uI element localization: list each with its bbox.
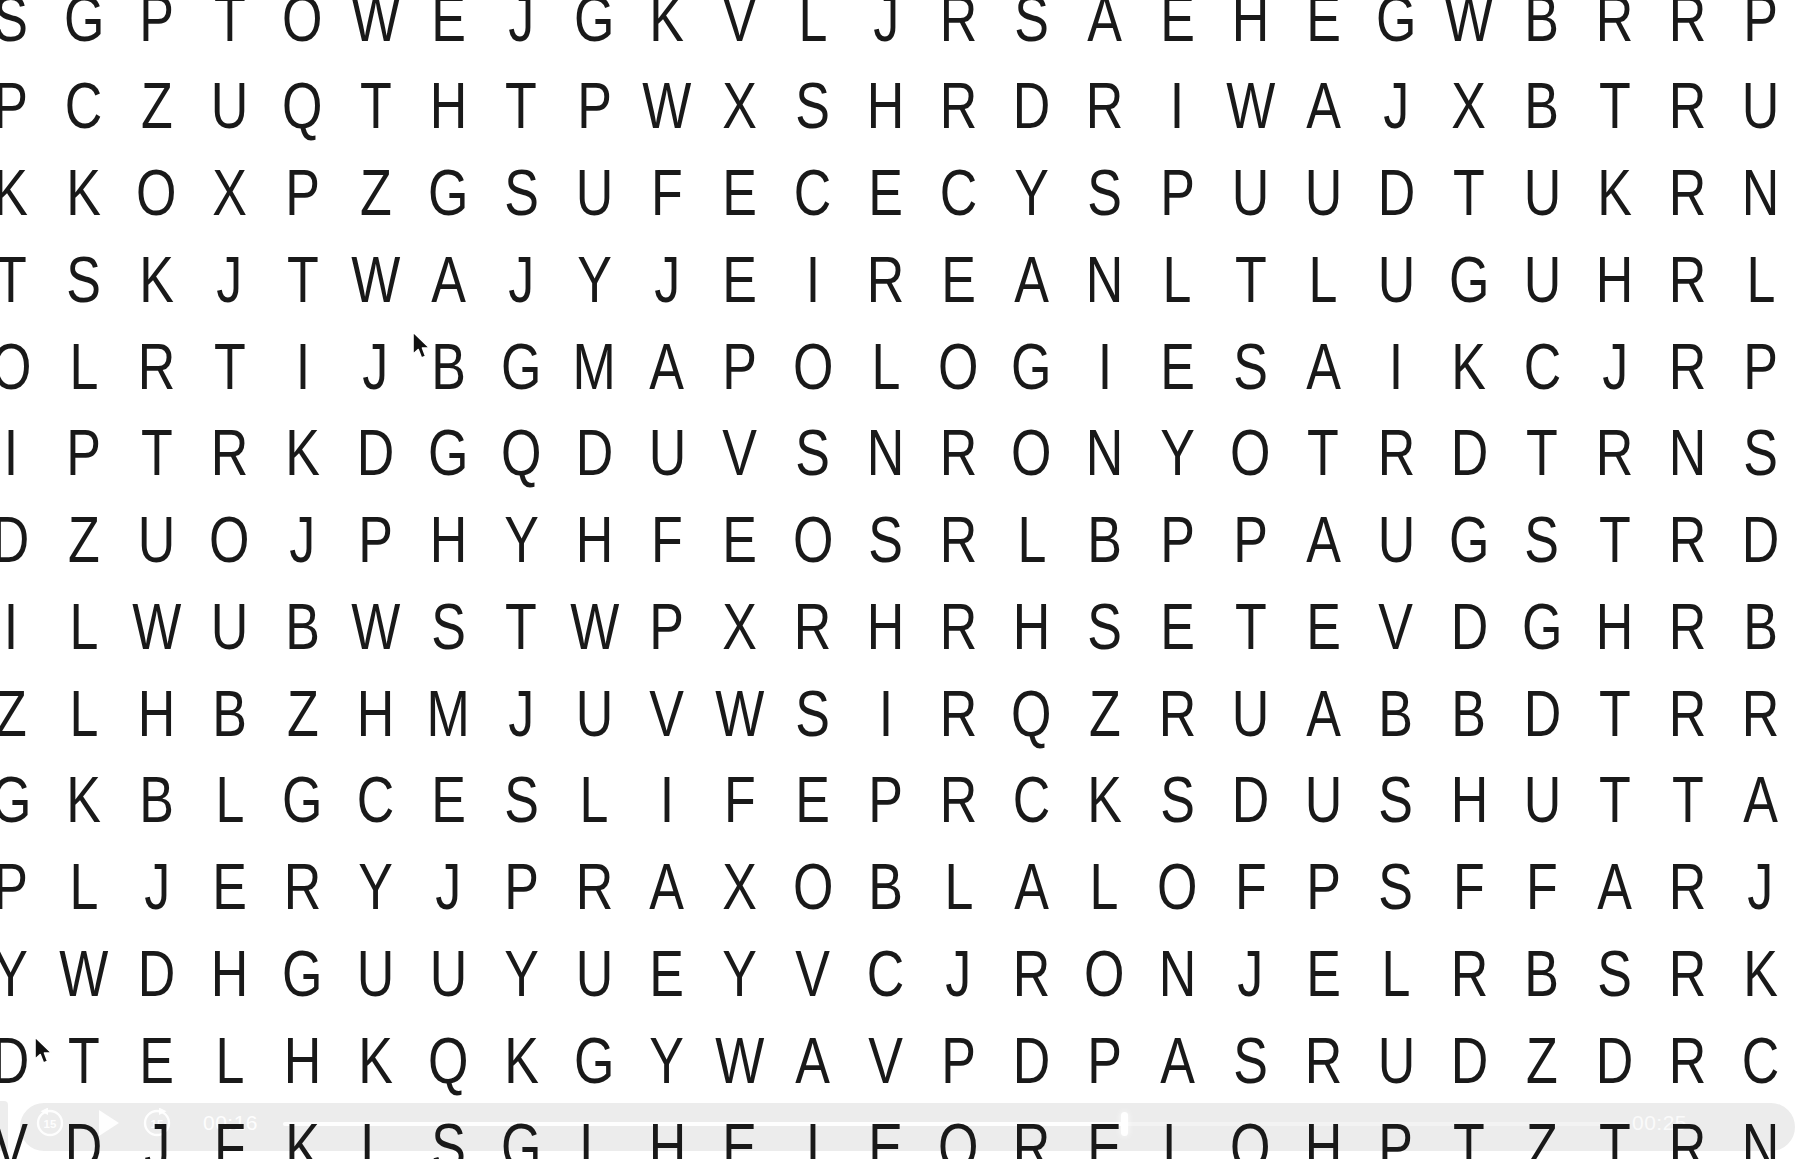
grid-letter: W xyxy=(132,594,181,659)
grid-cell: B xyxy=(193,668,266,755)
grid-letter: T xyxy=(1307,420,1339,485)
grid-letter: T xyxy=(0,247,27,312)
grid-letter: Z xyxy=(287,681,319,746)
grid-letter: I xyxy=(295,334,309,399)
grid-cell: E xyxy=(849,147,922,234)
mouse-cursor xyxy=(411,331,434,362)
grid-cell: F xyxy=(1506,841,1579,928)
grid-letter: M xyxy=(573,334,616,399)
grid-letter: P xyxy=(504,854,539,919)
grid-letter: U xyxy=(648,420,686,485)
grid-letter: S xyxy=(1160,767,1195,832)
grid-letter: U xyxy=(1377,1028,1415,1093)
grid-letter: T xyxy=(1526,420,1558,485)
grid-letter: V xyxy=(796,941,831,1006)
grid-letter: W xyxy=(59,941,108,1006)
grid-letter: B xyxy=(1743,594,1778,659)
grid-letter: H xyxy=(1013,594,1051,659)
grid-cell: U xyxy=(412,928,485,1015)
grid-cell: U xyxy=(1214,147,1287,234)
grid-letter: V xyxy=(1379,594,1414,659)
grid-cell: Y xyxy=(704,928,777,1015)
grid-cell: L xyxy=(1724,234,1797,321)
grid-letter: G xyxy=(1011,334,1051,399)
grid-letter: F xyxy=(1526,854,1558,919)
grid-letter: E xyxy=(868,160,903,225)
grid-cell: O xyxy=(266,0,339,60)
grid-letter: I xyxy=(806,247,820,312)
grid-cell: N xyxy=(1068,234,1141,321)
grid-letter: L xyxy=(944,854,973,919)
grid-letter: G xyxy=(1376,0,1416,51)
grid-cell: O xyxy=(1141,841,1214,928)
grid-letter: O xyxy=(793,854,833,919)
grid-letter: T xyxy=(1599,767,1631,832)
grid-letter: J xyxy=(435,854,461,919)
grid-cell: C xyxy=(1506,321,1579,408)
grid-letter: P xyxy=(650,594,685,659)
grid-letter: B xyxy=(1525,0,1560,51)
grid-letter: T xyxy=(1453,1114,1485,1159)
grid-cell: J xyxy=(1214,928,1287,1015)
grid-cell: U xyxy=(631,407,704,494)
grid-letter: A xyxy=(1160,1028,1195,1093)
grid-cell: O xyxy=(922,1102,995,1159)
grid-letter: L xyxy=(580,1114,609,1159)
grid-cell: T xyxy=(120,407,193,494)
grid-letter: R xyxy=(1669,1028,1707,1093)
grid-letter: O xyxy=(939,334,979,399)
grid-cell: D xyxy=(120,928,193,1015)
grid-cell: I xyxy=(0,581,47,668)
grid-cell: R xyxy=(776,581,849,668)
grid-letter: T xyxy=(1453,160,1485,225)
grid-letter: T xyxy=(1599,73,1631,138)
grid-letter: V xyxy=(868,1028,903,1093)
grid-cell: Q xyxy=(485,407,558,494)
grid-cell: Z xyxy=(120,60,193,147)
grid-cell: D xyxy=(558,407,631,494)
grid-letter: R xyxy=(1669,681,1707,746)
grid-letter: Z xyxy=(68,507,100,572)
grid-cell: Q xyxy=(995,668,1068,755)
grid-cell: P xyxy=(1360,1102,1433,1159)
grid-cell: R xyxy=(1724,668,1797,755)
grid-letter: X xyxy=(723,73,758,138)
grid-cell: O xyxy=(776,321,849,408)
grid-letter: P xyxy=(723,334,758,399)
grid-letter: J xyxy=(1748,854,1774,919)
grid-cell: L xyxy=(1287,234,1360,321)
grid-cell: E xyxy=(704,234,777,321)
grid-cell: L xyxy=(776,0,849,60)
grid-letter: V xyxy=(650,681,685,746)
grid-letter: I xyxy=(1170,73,1184,138)
grid-letter: G xyxy=(64,0,104,51)
grid-letter: M xyxy=(427,681,470,746)
grid-letter: G xyxy=(428,160,468,225)
grid-letter: Z xyxy=(1526,1028,1558,1093)
grid-cell: A xyxy=(1287,494,1360,581)
grid-cell: P xyxy=(558,60,631,147)
grid-letter: R xyxy=(1669,594,1707,659)
grid-cell: T xyxy=(1506,407,1579,494)
grid-cell: N xyxy=(849,407,922,494)
grid-cell: X xyxy=(704,841,777,928)
grid-cell: E xyxy=(193,841,266,928)
grid-cell: H xyxy=(412,60,485,147)
grid-letter: S xyxy=(1379,854,1414,919)
grid-letter: E xyxy=(868,1114,903,1159)
grid-letter: F xyxy=(214,1114,246,1159)
grid-cell: P xyxy=(1141,147,1214,234)
mouse-cursor xyxy=(33,1036,56,1067)
grid-cell: E xyxy=(704,1102,777,1159)
grid-letter: S xyxy=(431,594,466,659)
grid-cell: S xyxy=(1360,841,1433,928)
grid-letter: K xyxy=(358,1028,393,1093)
grid-cell: L xyxy=(558,755,631,842)
grid-cell: W xyxy=(339,234,412,321)
grid-cell: L xyxy=(1141,234,1214,321)
grid-letter: D xyxy=(575,420,613,485)
grid-letter: W xyxy=(643,73,692,138)
grid-letter: K xyxy=(285,420,320,485)
grid-cell: J xyxy=(485,0,558,60)
grid-letter: Y xyxy=(504,507,539,572)
grid-letter: T xyxy=(1234,247,1266,312)
grid-letter: U xyxy=(1523,247,1561,312)
grid-letter: P xyxy=(1233,507,1268,572)
grid-letter: J xyxy=(1602,334,1628,399)
grid-cell: I xyxy=(776,1102,849,1159)
grid-letter: G xyxy=(1449,507,1489,572)
grid-letter: R xyxy=(1669,247,1707,312)
grid-cell: D xyxy=(1360,147,1433,234)
grid-letter: O xyxy=(1084,941,1124,1006)
grid-letter: S xyxy=(1087,594,1122,659)
grid-letter: H xyxy=(1232,0,1270,51)
grid-cell: R xyxy=(1651,581,1724,668)
grid-letter: P xyxy=(1160,160,1195,225)
grid-cell: E xyxy=(1141,581,1214,668)
grid-letter: A xyxy=(650,854,685,919)
grid-cell: U xyxy=(558,147,631,234)
grid-cell: S xyxy=(1214,321,1287,408)
grid-letter: L xyxy=(361,1114,390,1159)
grid-letter: F xyxy=(1234,854,1266,919)
grid-cell: D xyxy=(995,60,1068,147)
grid-letter: R xyxy=(1596,0,1634,51)
grid-letter: N xyxy=(1742,1114,1780,1159)
grid-letter: P xyxy=(285,160,320,225)
grid-letter: R xyxy=(1086,73,1124,138)
grid-letter: K xyxy=(1598,160,1633,225)
grid-letter: H xyxy=(575,507,613,572)
grid-letter: N xyxy=(867,420,905,485)
grid-cell: D xyxy=(339,407,412,494)
grid-letter: R xyxy=(940,767,978,832)
grid-letter: L xyxy=(580,767,609,832)
grid-letter: P xyxy=(577,73,612,138)
grid-letter: P xyxy=(1160,507,1195,572)
grid-letter: E xyxy=(1160,334,1195,399)
grid-cell: T xyxy=(485,60,558,147)
grid-cell: G xyxy=(1433,234,1506,321)
grid-letter: R xyxy=(1669,854,1707,919)
grid-letter: Q xyxy=(1011,681,1051,746)
grid-letter: J xyxy=(508,247,534,312)
grid-cell: W xyxy=(1433,0,1506,60)
grid-cell: R xyxy=(1433,928,1506,1015)
grid-cell: T xyxy=(1214,234,1287,321)
grid-cell: Q xyxy=(412,1015,485,1102)
grid-letter: T xyxy=(505,594,537,659)
grid-letter: I xyxy=(4,420,18,485)
grid-cell: U xyxy=(1506,147,1579,234)
grid-letter: G xyxy=(282,767,322,832)
grid-letter: G xyxy=(0,767,31,832)
grid-cell: W xyxy=(120,581,193,668)
grid-cell: P xyxy=(339,494,412,581)
grid-letter: A xyxy=(1306,507,1341,572)
grid-letter: H xyxy=(211,941,249,1006)
grid-cell: J xyxy=(339,321,412,408)
grid-cell: I xyxy=(0,407,47,494)
grid-cell: Q xyxy=(1214,1102,1287,1159)
grid-letter: W xyxy=(351,594,400,659)
grid-cell: R xyxy=(1651,147,1724,234)
grid-cell: W xyxy=(1214,60,1287,147)
grid-letter: E xyxy=(1306,941,1341,1006)
grid-letter: R xyxy=(1669,73,1707,138)
grid-cell: Z xyxy=(1068,668,1141,755)
grid-cell: O xyxy=(1068,928,1141,1015)
grid-cell: R xyxy=(193,407,266,494)
grid-cell: D xyxy=(1214,755,1287,842)
grid-letter: D xyxy=(1013,73,1051,138)
grid-letter: X xyxy=(1452,73,1487,138)
grid-letter: T xyxy=(287,247,319,312)
grid-letter: S xyxy=(796,420,831,485)
grid-cell: X xyxy=(1433,60,1506,147)
grid-letter: J xyxy=(362,334,388,399)
grid-cell: E xyxy=(1287,928,1360,1015)
grid-letter: I xyxy=(1097,334,1111,399)
grid-cell: I xyxy=(849,668,922,755)
grid-letter: C xyxy=(357,767,395,832)
grid-cell: P xyxy=(1287,841,1360,928)
grid-letter: Y xyxy=(1160,420,1195,485)
grid-cell: T xyxy=(339,60,412,147)
grid-cell: W xyxy=(47,928,120,1015)
grid-cell: R xyxy=(1141,668,1214,755)
grid-cell: D xyxy=(47,1102,120,1159)
grid-cell: R xyxy=(1578,407,1651,494)
grid-cell: J xyxy=(120,1102,193,1159)
grid-letter: I xyxy=(4,594,18,659)
grid-letter: F xyxy=(651,507,683,572)
grid-cell: R xyxy=(266,841,339,928)
grid-letter: P xyxy=(868,767,903,832)
grid-cell: B xyxy=(849,841,922,928)
grid-cell: K xyxy=(1578,147,1651,234)
grid-letter: K xyxy=(504,1028,539,1093)
grid-letter: U xyxy=(1523,160,1561,225)
grid-cell: U xyxy=(1506,234,1579,321)
grid-letter: U xyxy=(575,160,613,225)
grid-letter: P xyxy=(1743,334,1778,399)
grid-letter: O xyxy=(1157,854,1197,919)
grid-letter: S xyxy=(1598,941,1633,1006)
grid-cell: H xyxy=(1578,234,1651,321)
grid-cell: A xyxy=(1141,1015,1214,1102)
grid-letter: T xyxy=(1599,507,1631,572)
grid-cell: X xyxy=(704,581,777,668)
grid-cell: D xyxy=(1433,1015,1506,1102)
grid-letter: Z xyxy=(0,681,27,746)
grid-cell: I xyxy=(1360,321,1433,408)
grid-letter: F xyxy=(724,767,756,832)
grid-letter: R xyxy=(1742,681,1780,746)
grid-cell: H xyxy=(849,60,922,147)
grid-cell: H xyxy=(849,581,922,668)
grid-cell: B xyxy=(120,755,193,842)
grid-cell: R xyxy=(1651,234,1724,321)
grid-cell: O xyxy=(776,841,849,928)
grid-letter: O xyxy=(1230,420,1270,485)
grid-cell: B xyxy=(1506,60,1579,147)
grid-letter: C xyxy=(867,941,905,1006)
grid-cell: F xyxy=(704,755,777,842)
grid-letter: D xyxy=(1742,507,1780,572)
grid-cell: E xyxy=(704,494,777,581)
grid-cell: J xyxy=(485,668,558,755)
grid-cell: J xyxy=(485,234,558,321)
grid-cell: T xyxy=(1578,755,1651,842)
grid-letter: E xyxy=(212,854,247,919)
grid-letter: A xyxy=(1743,767,1778,832)
grid-cell: V xyxy=(776,928,849,1015)
grid-letter: Z xyxy=(360,160,392,225)
grid-cell: R xyxy=(1578,0,1651,60)
grid-letter: U xyxy=(1742,73,1780,138)
grid-letter: H xyxy=(1596,247,1634,312)
grid-letter: P xyxy=(0,854,28,919)
grid-cell: P xyxy=(704,321,777,408)
grid-cell: Z xyxy=(1506,1015,1579,1102)
grid-cell: E xyxy=(1068,1102,1141,1159)
grid-letter: U xyxy=(1232,160,1270,225)
grid-cell: K xyxy=(120,234,193,321)
grid-cell: A xyxy=(1287,668,1360,755)
grid-letter: Q xyxy=(282,73,322,138)
grid-letter: L xyxy=(871,334,900,399)
grid-cell: A xyxy=(1287,60,1360,147)
grid-letter: Z xyxy=(1089,681,1121,746)
grid-cell: R xyxy=(1651,928,1724,1015)
grid-cell: L xyxy=(1360,928,1433,1015)
grid-cell: R xyxy=(995,928,1068,1015)
grid-letter: A xyxy=(1306,681,1341,746)
grid-letter: L xyxy=(69,594,98,659)
grid-letter: D xyxy=(1523,681,1561,746)
grid-cell: L xyxy=(849,321,922,408)
grid-letter: F xyxy=(651,160,683,225)
grid-letter: D xyxy=(1377,160,1415,225)
grid-cell: D xyxy=(1578,1015,1651,1102)
grid-cell: A xyxy=(631,321,704,408)
grid-cell: T xyxy=(1214,581,1287,668)
grid-cell: C xyxy=(922,147,995,234)
grid-letter: D xyxy=(1450,594,1488,659)
grid-cell: V xyxy=(704,407,777,494)
grid-cell: B xyxy=(1360,668,1433,755)
grid-letter: V xyxy=(723,420,758,485)
grid-letter: R xyxy=(1450,941,1488,1006)
grid-cell: R xyxy=(1651,0,1724,60)
grid-letter: H xyxy=(867,594,905,659)
grid-cell: H xyxy=(1578,581,1651,668)
grid-cell: G xyxy=(558,1015,631,1102)
grid-letter: U xyxy=(357,941,395,1006)
grid-cell: P xyxy=(0,60,47,147)
grid-letter: C xyxy=(794,160,832,225)
grid-letter: R xyxy=(1669,507,1707,572)
grid-cell: R xyxy=(1651,60,1724,147)
grid-letter: O xyxy=(209,507,249,572)
grid-cell: C xyxy=(995,755,1068,842)
grid-cell: U xyxy=(1287,755,1360,842)
grid-cell: N xyxy=(1724,1102,1797,1159)
grid-letter: G xyxy=(574,0,614,51)
grid-letter: I xyxy=(879,681,893,746)
grid-cell: S xyxy=(1214,1015,1287,1102)
grid-cell: K xyxy=(339,1015,412,1102)
grid-cell: O xyxy=(922,321,995,408)
grid-letter: G xyxy=(282,941,322,1006)
grid-cell: Z xyxy=(266,668,339,755)
grid-letter: T xyxy=(505,73,537,138)
grid-letter: L xyxy=(798,0,827,51)
grid-cell: I xyxy=(266,321,339,408)
grid-letter: A xyxy=(1306,73,1341,138)
grid-cell: T xyxy=(1287,407,1360,494)
grid-letter: B xyxy=(285,594,320,659)
grid-letter: B xyxy=(139,767,174,832)
grid-letter: R xyxy=(794,594,832,659)
grid-cell: D xyxy=(0,494,47,581)
grid-letter: P xyxy=(1743,0,1778,51)
grid-letter: O xyxy=(793,507,833,572)
grid-letter: J xyxy=(508,681,534,746)
grid-letter: R xyxy=(940,594,978,659)
grid-letter: Q xyxy=(501,420,541,485)
grid-cell: J xyxy=(412,841,485,928)
grid-cell: T xyxy=(193,0,266,60)
grid-letter: U xyxy=(1232,681,1270,746)
grid-letter: B xyxy=(868,854,903,919)
grid-letter: P xyxy=(941,1028,976,1093)
grid-cell: U xyxy=(1360,234,1433,321)
grid-letter: U xyxy=(138,507,176,572)
grid-cell: T xyxy=(1578,494,1651,581)
grid-letter: I xyxy=(806,1114,820,1159)
grid-letter: J xyxy=(144,1114,170,1159)
grid-letter: I xyxy=(660,767,674,832)
grid-cell: T xyxy=(1578,60,1651,147)
grid-cell: A xyxy=(631,841,704,928)
